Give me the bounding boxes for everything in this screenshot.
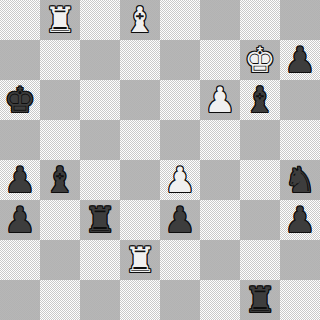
- square-g7[interactable]: ♚: [240, 40, 280, 80]
- square-c8[interactable]: [80, 0, 120, 40]
- square-g2[interactable]: [240, 240, 280, 280]
- square-g8[interactable]: [240, 0, 280, 40]
- square-e5[interactable]: [160, 120, 200, 160]
- square-a6[interactable]: ♚: [0, 80, 40, 120]
- square-h4[interactable]: ♞: [280, 160, 320, 200]
- square-a3[interactable]: ♟: [0, 200, 40, 240]
- square-h2[interactable]: [280, 240, 320, 280]
- black-pawn[interactable]: ♟: [0, 160, 40, 200]
- square-h8[interactable]: [280, 0, 320, 40]
- square-e8[interactable]: [160, 0, 200, 40]
- white-king[interactable]: ♚: [240, 40, 280, 80]
- square-h7[interactable]: ♟: [280, 40, 320, 80]
- square-f2[interactable]: [200, 240, 240, 280]
- square-b1[interactable]: [40, 280, 80, 320]
- square-h6[interactable]: [280, 80, 320, 120]
- square-f4[interactable]: [200, 160, 240, 200]
- black-bishop[interactable]: ♝: [40, 160, 80, 200]
- square-h1[interactable]: [280, 280, 320, 320]
- black-pawn[interactable]: ♟: [160, 200, 200, 240]
- square-d7[interactable]: [120, 40, 160, 80]
- square-d8[interactable]: ♝: [120, 0, 160, 40]
- square-b5[interactable]: [40, 120, 80, 160]
- square-a1[interactable]: [0, 280, 40, 320]
- square-b8[interactable]: ♜: [40, 0, 80, 40]
- square-f3[interactable]: [200, 200, 240, 240]
- white-pawn[interactable]: ♟: [200, 80, 240, 120]
- square-g5[interactable]: [240, 120, 280, 160]
- square-d4[interactable]: [120, 160, 160, 200]
- square-b3[interactable]: [40, 200, 80, 240]
- square-b6[interactable]: [40, 80, 80, 120]
- square-e3[interactable]: ♟: [160, 200, 200, 240]
- square-g1[interactable]: ♜: [240, 280, 280, 320]
- square-c4[interactable]: [80, 160, 120, 200]
- square-f5[interactable]: [200, 120, 240, 160]
- white-rook[interactable]: ♜: [40, 0, 80, 40]
- square-f7[interactable]: [200, 40, 240, 80]
- square-e4[interactable]: ♟: [160, 160, 200, 200]
- square-g6[interactable]: ♝: [240, 80, 280, 120]
- square-c1[interactable]: [80, 280, 120, 320]
- square-c7[interactable]: [80, 40, 120, 80]
- square-e6[interactable]: [160, 80, 200, 120]
- square-c6[interactable]: [80, 80, 120, 120]
- square-h5[interactable]: [280, 120, 320, 160]
- black-bishop[interactable]: ♝: [240, 80, 280, 120]
- square-h3[interactable]: ♟: [280, 200, 320, 240]
- square-b7[interactable]: [40, 40, 80, 80]
- square-f8[interactable]: [200, 0, 240, 40]
- square-b2[interactable]: [40, 240, 80, 280]
- square-a2[interactable]: [0, 240, 40, 280]
- square-c5[interactable]: [80, 120, 120, 160]
- black-king[interactable]: ♚: [0, 80, 40, 120]
- chess-board: ♜♝♚♟♚♟♝♟♝♟♞♟♜♟♟♜♜: [0, 0, 320, 320]
- square-a4[interactable]: ♟: [0, 160, 40, 200]
- white-bishop[interactable]: ♝: [120, 0, 160, 40]
- square-f1[interactable]: [200, 280, 240, 320]
- square-e1[interactable]: [160, 280, 200, 320]
- square-f6[interactable]: ♟: [200, 80, 240, 120]
- white-pawn[interactable]: ♟: [160, 160, 200, 200]
- square-e7[interactable]: [160, 40, 200, 80]
- square-a5[interactable]: [0, 120, 40, 160]
- square-e2[interactable]: [160, 240, 200, 280]
- square-a7[interactable]: [0, 40, 40, 80]
- square-c2[interactable]: [80, 240, 120, 280]
- square-g4[interactable]: [240, 160, 280, 200]
- square-d3[interactable]: [120, 200, 160, 240]
- black-pawn[interactable]: ♟: [280, 200, 320, 240]
- square-d1[interactable]: [120, 280, 160, 320]
- black-knight[interactable]: ♞: [280, 160, 320, 200]
- black-pawn[interactable]: ♟: [280, 40, 320, 80]
- black-rook[interactable]: ♜: [80, 200, 120, 240]
- square-c3[interactable]: ♜: [80, 200, 120, 240]
- square-g3[interactable]: [240, 200, 280, 240]
- square-b4[interactable]: ♝: [40, 160, 80, 200]
- square-d2[interactable]: ♜: [120, 240, 160, 280]
- black-rook[interactable]: ♜: [240, 280, 280, 320]
- square-d5[interactable]: [120, 120, 160, 160]
- square-a8[interactable]: [0, 0, 40, 40]
- white-rook[interactable]: ♜: [120, 240, 160, 280]
- square-d6[interactable]: [120, 80, 160, 120]
- black-pawn[interactable]: ♟: [0, 200, 40, 240]
